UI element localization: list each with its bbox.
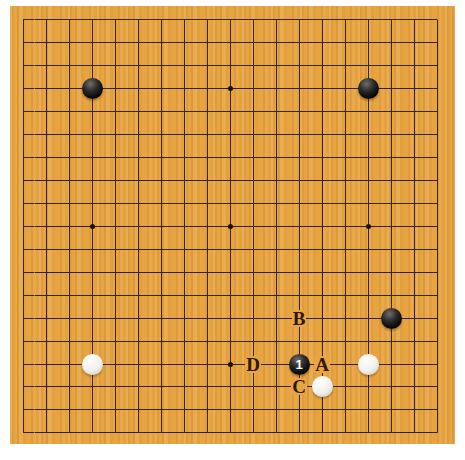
intersection[interactable]: [334, 100, 357, 123]
intersection[interactable]: [196, 261, 219, 284]
intersection[interactable]: [380, 215, 403, 238]
intersection[interactable]: [58, 77, 81, 100]
intersection[interactable]: [173, 238, 196, 261]
intersection[interactable]: [334, 146, 357, 169]
intersection[interactable]: [104, 330, 127, 353]
intersection[interactable]: [288, 192, 311, 215]
intersection[interactable]: [334, 376, 357, 399]
intersection[interactable]: [242, 100, 265, 123]
intersection[interactable]: [242, 146, 265, 169]
intersection[interactable]: [219, 192, 242, 215]
intersection[interactable]: [58, 238, 81, 261]
intersection[interactable]: [58, 9, 81, 32]
intersection[interactable]: [127, 77, 150, 100]
intersection[interactable]: [380, 77, 403, 100]
intersection[interactable]: [311, 398, 334, 421]
intersection[interactable]: [334, 54, 357, 77]
intersection[interactable]: [127, 421, 150, 444]
intersection[interactable]: [426, 398, 449, 421]
intersection[interactable]: [35, 238, 58, 261]
intersection[interactable]: [219, 146, 242, 169]
intersection[interactable]: [403, 169, 426, 192]
intersection[interactable]: [104, 284, 127, 307]
intersection[interactable]: [426, 261, 449, 284]
intersection[interactable]: [127, 31, 150, 54]
intersection[interactable]: [288, 169, 311, 192]
intersection[interactable]: [334, 123, 357, 146]
intersection[interactable]: [288, 31, 311, 54]
intersection[interactable]: [127, 238, 150, 261]
intersection[interactable]: [426, 238, 449, 261]
intersection[interactable]: [403, 54, 426, 77]
intersection[interactable]: [265, 9, 288, 32]
intersection[interactable]: [35, 54, 58, 77]
intersection[interactable]: [426, 284, 449, 307]
intersection[interactable]: [58, 54, 81, 77]
intersection[interactable]: [127, 9, 150, 32]
intersection[interactable]: [150, 146, 173, 169]
intersection[interactable]: [219, 376, 242, 399]
intersection[interactable]: [150, 330, 173, 353]
intersection[interactable]: [265, 169, 288, 192]
intersection[interactable]: [403, 261, 426, 284]
intersection[interactable]: [380, 169, 403, 192]
intersection[interactable]: [265, 123, 288, 146]
intersection[interactable]: [357, 376, 380, 399]
intersection[interactable]: [35, 398, 58, 421]
intersection[interactable]: [265, 376, 288, 399]
intersection[interactable]: [334, 284, 357, 307]
intersection[interactable]: [403, 31, 426, 54]
intersection[interactable]: [196, 192, 219, 215]
intersection[interactable]: [58, 307, 81, 330]
intersection[interactable]: [173, 192, 196, 215]
intersection[interactable]: [12, 77, 35, 100]
intersection[interactable]: [35, 284, 58, 307]
intersection[interactable]: [12, 54, 35, 77]
intersection[interactable]: [127, 146, 150, 169]
intersection[interactable]: [403, 330, 426, 353]
intersection[interactable]: [380, 123, 403, 146]
intersection[interactable]: [104, 353, 127, 376]
intersection[interactable]: [288, 284, 311, 307]
intersection[interactable]: [173, 353, 196, 376]
intersection[interactable]: [196, 146, 219, 169]
intersection[interactable]: [12, 421, 35, 444]
intersection[interactable]: [196, 9, 219, 32]
intersection[interactable]: [173, 330, 196, 353]
intersection[interactable]: [426, 192, 449, 215]
intersection[interactable]: [357, 192, 380, 215]
intersection[interactable]: [196, 123, 219, 146]
intersection[interactable]: [81, 146, 104, 169]
intersection[interactable]: [311, 54, 334, 77]
intersection[interactable]: [58, 146, 81, 169]
intersection[interactable]: [12, 238, 35, 261]
intersection[interactable]: [403, 284, 426, 307]
intersection[interactable]: [58, 284, 81, 307]
intersection[interactable]: [58, 398, 81, 421]
intersection[interactable]: [81, 307, 104, 330]
intersection[interactable]: [196, 353, 219, 376]
intersection[interactable]: [104, 100, 127, 123]
intersection[interactable]: [58, 353, 81, 376]
intersection[interactable]: [58, 376, 81, 399]
intersection[interactable]: [357, 100, 380, 123]
intersection[interactable]: [334, 77, 357, 100]
intersection[interactable]: [426, 215, 449, 238]
intersection[interactable]: [127, 215, 150, 238]
intersection[interactable]: [242, 169, 265, 192]
intersection[interactable]: [35, 100, 58, 123]
intersection[interactable]: [150, 169, 173, 192]
intersection[interactable]: [12, 284, 35, 307]
intersection[interactable]: [196, 169, 219, 192]
intersection[interactable]: [35, 192, 58, 215]
intersection[interactable]: [127, 54, 150, 77]
intersection[interactable]: [288, 146, 311, 169]
intersection[interactable]: [104, 31, 127, 54]
intersection[interactable]: [35, 31, 58, 54]
intersection[interactable]: [242, 261, 265, 284]
intersection[interactable]: [311, 284, 334, 307]
intersection[interactable]: [334, 398, 357, 421]
intersection[interactable]: [104, 398, 127, 421]
intersection[interactable]: [35, 353, 58, 376]
intersection[interactable]: [265, 398, 288, 421]
intersection[interactable]: [357, 261, 380, 284]
intersection[interactable]: [173, 215, 196, 238]
intersection[interactable]: [334, 421, 357, 444]
intersection[interactable]: [150, 238, 173, 261]
intersection[interactable]: [12, 376, 35, 399]
intersection[interactable]: [380, 100, 403, 123]
intersection[interactable]: [127, 284, 150, 307]
intersection[interactable]: [58, 192, 81, 215]
intersection[interactable]: [265, 146, 288, 169]
intersection[interactable]: [311, 100, 334, 123]
intersection[interactable]: [426, 9, 449, 32]
intersection[interactable]: [265, 330, 288, 353]
intersection[interactable]: [196, 284, 219, 307]
intersection[interactable]: [242, 284, 265, 307]
intersection[interactable]: [12, 261, 35, 284]
intersection[interactable]: [196, 77, 219, 100]
intersection[interactable]: [265, 421, 288, 444]
intersection[interactable]: [403, 421, 426, 444]
intersection[interactable]: [81, 376, 104, 399]
intersection[interactable]: [357, 398, 380, 421]
intersection[interactable]: [173, 9, 196, 32]
intersection[interactable]: [150, 421, 173, 444]
intersection[interactable]: [403, 123, 426, 146]
intersection[interactable]: [380, 146, 403, 169]
intersection[interactable]: [219, 421, 242, 444]
intersection[interactable]: [311, 9, 334, 32]
intersection[interactable]: [426, 100, 449, 123]
intersection[interactable]: [104, 54, 127, 77]
intersection[interactable]: [81, 330, 104, 353]
intersection[interactable]: [357, 146, 380, 169]
intersection[interactable]: [104, 376, 127, 399]
intersection[interactable]: [81, 238, 104, 261]
intersection[interactable]: [58, 421, 81, 444]
intersection[interactable]: [219, 261, 242, 284]
intersection[interactable]: [403, 215, 426, 238]
intersection[interactable]: [265, 353, 288, 376]
intersection[interactable]: [334, 353, 357, 376]
intersection[interactable]: [380, 192, 403, 215]
intersection[interactable]: [403, 100, 426, 123]
intersection[interactable]: [426, 31, 449, 54]
intersection[interactable]: [242, 9, 265, 32]
intersection[interactable]: [173, 284, 196, 307]
intersection[interactable]: [242, 215, 265, 238]
intersection[interactable]: [196, 398, 219, 421]
intersection[interactable]: [334, 9, 357, 32]
intersection[interactable]: [311, 238, 334, 261]
intersection[interactable]: [380, 238, 403, 261]
intersection[interactable]: [403, 9, 426, 32]
intersection[interactable]: [403, 398, 426, 421]
intersection[interactable]: [242, 192, 265, 215]
intersection[interactable]: [81, 54, 104, 77]
intersection[interactable]: [127, 398, 150, 421]
intersection[interactable]: [104, 215, 127, 238]
intersection[interactable]: [81, 261, 104, 284]
intersection[interactable]: [35, 77, 58, 100]
intersection[interactable]: [173, 123, 196, 146]
intersection[interactable]: [150, 215, 173, 238]
intersection[interactable]: [357, 330, 380, 353]
intersection[interactable]: [242, 77, 265, 100]
intersection[interactable]: [35, 9, 58, 32]
intersection[interactable]: [196, 238, 219, 261]
intersection[interactable]: [127, 192, 150, 215]
intersection[interactable]: [426, 54, 449, 77]
intersection[interactable]: [380, 421, 403, 444]
intersection[interactable]: [265, 31, 288, 54]
intersection[interactable]: [357, 284, 380, 307]
intersection[interactable]: [81, 192, 104, 215]
intersection[interactable]: [357, 421, 380, 444]
intersection[interactable]: [242, 54, 265, 77]
intersection[interactable]: [334, 330, 357, 353]
intersection[interactable]: [242, 238, 265, 261]
intersection[interactable]: [288, 123, 311, 146]
intersection[interactable]: [311, 330, 334, 353]
intersection[interactable]: [12, 123, 35, 146]
intersection[interactable]: [173, 100, 196, 123]
intersection[interactable]: [219, 123, 242, 146]
intersection[interactable]: [173, 261, 196, 284]
intersection[interactable]: [81, 398, 104, 421]
intersection[interactable]: [357, 169, 380, 192]
intersection[interactable]: [104, 261, 127, 284]
intersection[interactable]: [357, 54, 380, 77]
intersection[interactable]: [311, 31, 334, 54]
intersection[interactable]: [426, 330, 449, 353]
intersection[interactable]: [35, 146, 58, 169]
intersection[interactable]: [426, 307, 449, 330]
intersection[interactable]: [12, 192, 35, 215]
intersection[interactable]: [403, 307, 426, 330]
intersection[interactable]: [334, 215, 357, 238]
intersection[interactable]: [35, 330, 58, 353]
intersection[interactable]: [380, 9, 403, 32]
intersection[interactable]: [426, 77, 449, 100]
intersection[interactable]: [104, 307, 127, 330]
intersection[interactable]: [288, 215, 311, 238]
intersection[interactable]: [150, 261, 173, 284]
intersection[interactable]: [58, 100, 81, 123]
intersection[interactable]: [12, 100, 35, 123]
intersection[interactable]: [150, 100, 173, 123]
intersection[interactable]: [219, 9, 242, 32]
intersection[interactable]: [12, 330, 35, 353]
intersection[interactable]: [196, 330, 219, 353]
intersection[interactable]: [242, 123, 265, 146]
intersection[interactable]: [265, 284, 288, 307]
intersection[interactable]: [334, 238, 357, 261]
intersection[interactable]: [196, 376, 219, 399]
intersection[interactable]: [380, 353, 403, 376]
intersection[interactable]: [104, 9, 127, 32]
intersection[interactable]: [426, 421, 449, 444]
intersection[interactable]: [334, 169, 357, 192]
intersection[interactable]: [104, 123, 127, 146]
intersection[interactable]: [35, 169, 58, 192]
intersection[interactable]: [12, 146, 35, 169]
intersection[interactable]: [403, 192, 426, 215]
intersection[interactable]: [35, 261, 58, 284]
intersection[interactable]: [265, 54, 288, 77]
intersection[interactable]: [12, 31, 35, 54]
intersection[interactable]: [173, 421, 196, 444]
intersection[interactable]: [357, 307, 380, 330]
intersection[interactable]: [265, 77, 288, 100]
intersection[interactable]: [196, 307, 219, 330]
intersection[interactable]: [311, 215, 334, 238]
intersection[interactable]: [150, 398, 173, 421]
intersection[interactable]: [104, 169, 127, 192]
intersection[interactable]: [426, 146, 449, 169]
intersection[interactable]: [380, 398, 403, 421]
intersection[interactable]: [196, 421, 219, 444]
intersection[interactable]: [173, 169, 196, 192]
intersection[interactable]: [35, 123, 58, 146]
intersection[interactable]: [58, 169, 81, 192]
intersection[interactable]: [127, 100, 150, 123]
intersection[interactable]: [58, 330, 81, 353]
intersection[interactable]: [173, 77, 196, 100]
intersection[interactable]: [12, 215, 35, 238]
intersection[interactable]: [288, 9, 311, 32]
intersection[interactable]: [150, 353, 173, 376]
intersection[interactable]: [127, 307, 150, 330]
intersection[interactable]: [426, 353, 449, 376]
intersection[interactable]: [104, 146, 127, 169]
intersection[interactable]: [403, 238, 426, 261]
intersection[interactable]: [311, 421, 334, 444]
intersection[interactable]: [150, 376, 173, 399]
intersection[interactable]: [35, 421, 58, 444]
intersection[interactable]: [196, 215, 219, 238]
intersection[interactable]: [219, 284, 242, 307]
intersection[interactable]: [219, 100, 242, 123]
intersection[interactable]: [104, 77, 127, 100]
intersection[interactable]: [81, 169, 104, 192]
intersection[interactable]: [58, 261, 81, 284]
intersection[interactable]: [242, 376, 265, 399]
intersection[interactable]: [380, 330, 403, 353]
intersection[interactable]: [58, 31, 81, 54]
intersection[interactable]: [219, 31, 242, 54]
intersection[interactable]: [242, 421, 265, 444]
intersection[interactable]: [426, 376, 449, 399]
intersection[interactable]: [150, 31, 173, 54]
intersection[interactable]: [334, 192, 357, 215]
intersection[interactable]: [311, 307, 334, 330]
intersection[interactable]: [127, 353, 150, 376]
intersection[interactable]: [380, 261, 403, 284]
intersection[interactable]: [311, 261, 334, 284]
intersection[interactable]: [12, 9, 35, 32]
intersection[interactable]: [311, 123, 334, 146]
intersection[interactable]: [242, 398, 265, 421]
intersection[interactable]: [12, 353, 35, 376]
intersection[interactable]: [150, 192, 173, 215]
intersection[interactable]: [58, 123, 81, 146]
intersection[interactable]: [334, 307, 357, 330]
intersection[interactable]: [380, 54, 403, 77]
intersection[interactable]: [288, 261, 311, 284]
intersection[interactable]: [173, 54, 196, 77]
intersection[interactable]: [242, 330, 265, 353]
intersection[interactable]: [219, 238, 242, 261]
intersection[interactable]: [334, 31, 357, 54]
intersection[interactable]: [334, 261, 357, 284]
intersection[interactable]: [288, 398, 311, 421]
intersection[interactable]: [426, 123, 449, 146]
intersection[interactable]: [265, 238, 288, 261]
intersection[interactable]: [357, 9, 380, 32]
intersection[interactable]: [173, 376, 196, 399]
intersection[interactable]: [380, 31, 403, 54]
intersection[interactable]: [219, 169, 242, 192]
intersection[interactable]: [150, 307, 173, 330]
intersection[interactable]: [81, 100, 104, 123]
intersection[interactable]: [288, 100, 311, 123]
intersection[interactable]: [265, 261, 288, 284]
intersection[interactable]: [81, 9, 104, 32]
intersection[interactable]: [173, 31, 196, 54]
intersection[interactable]: [127, 123, 150, 146]
intersection[interactable]: [288, 77, 311, 100]
intersection[interactable]: [104, 238, 127, 261]
intersection[interactable]: [288, 54, 311, 77]
intersection[interactable]: [12, 307, 35, 330]
intersection[interactable]: [35, 307, 58, 330]
intersection[interactable]: [357, 123, 380, 146]
intersection[interactable]: [219, 307, 242, 330]
intersection[interactable]: [311, 146, 334, 169]
intersection[interactable]: [265, 215, 288, 238]
intersection[interactable]: [104, 421, 127, 444]
intersection[interactable]: [127, 376, 150, 399]
intersection[interactable]: [173, 307, 196, 330]
intersection[interactable]: [219, 54, 242, 77]
